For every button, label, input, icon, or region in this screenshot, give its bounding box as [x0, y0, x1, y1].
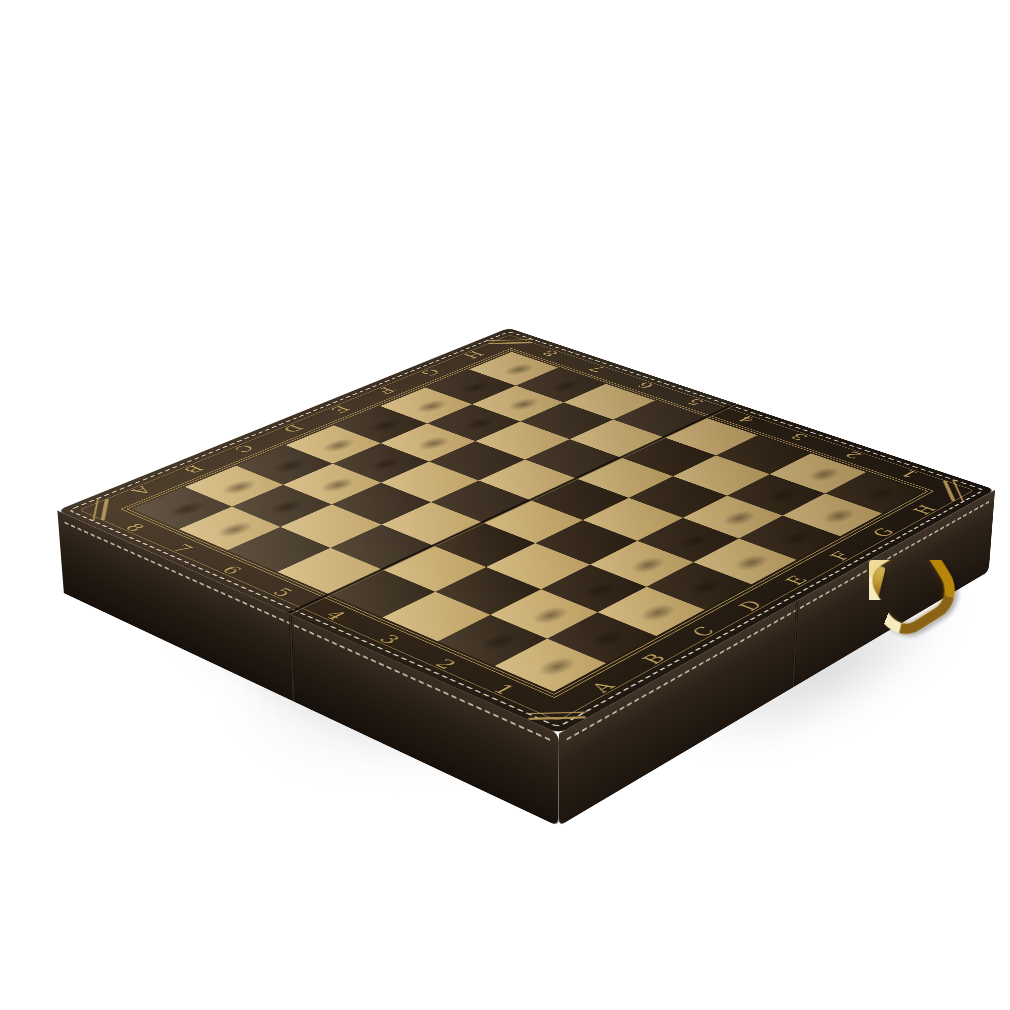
dark-rook-glyph: ♜ — [514, 521, 601, 673]
chess-board: 8877665544332211AABBCCDDEEFFGGHH ♜♞♝♛♚♝♞… — [57, 328, 995, 734]
cream-pawn-glyph: ♟ — [202, 420, 268, 536]
product-photo-stage: 8877665544332211AABBCCDDEEFFGGHH ♜♞♝♛♚♝♞… — [0, 0, 1010, 1010]
